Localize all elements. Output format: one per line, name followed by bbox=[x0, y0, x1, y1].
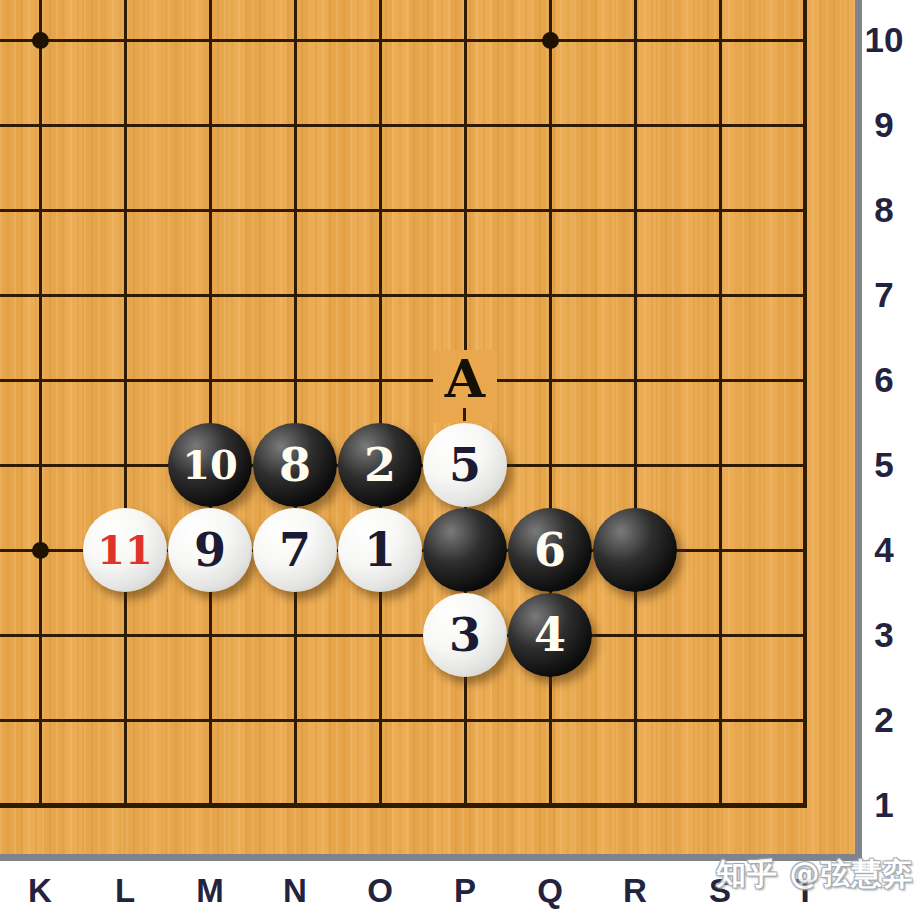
move-number: 7 bbox=[279, 527, 311, 573]
stone-black-R4 bbox=[593, 508, 677, 592]
grid-line-col-T bbox=[803, 0, 807, 807]
col-label-O: O bbox=[355, 871, 405, 911]
col-label-R: R bbox=[610, 871, 660, 911]
grid-line-row-8 bbox=[0, 209, 807, 212]
point-label-text: A bbox=[433, 352, 497, 406]
stone-white-O4: 1 bbox=[338, 508, 422, 592]
stone-white-P3: 3 bbox=[423, 593, 507, 677]
stone-black-O5: 2 bbox=[338, 423, 422, 507]
grid-line-col-M bbox=[209, 0, 212, 807]
move-number: 2 bbox=[364, 442, 396, 488]
grid-line-row-3 bbox=[0, 634, 807, 637]
grid-line-col-L bbox=[124, 0, 127, 807]
col-label-L: L bbox=[100, 871, 150, 911]
grid-line-col-Q bbox=[549, 0, 552, 807]
go-diagram: A1082511971634 KLMNOPQRST 10987654321 知乎… bbox=[0, 0, 916, 912]
grid-line-col-R bbox=[634, 0, 637, 807]
point-label-A: A bbox=[433, 350, 497, 423]
star-point-K4 bbox=[32, 542, 49, 559]
row-label-1: 1 bbox=[856, 785, 912, 825]
grid-line-col-S bbox=[719, 0, 722, 807]
move-number: 6 bbox=[534, 527, 566, 573]
col-label-K: K bbox=[15, 871, 65, 911]
grid-line-row-2 bbox=[0, 719, 807, 722]
label-line-dash bbox=[463, 408, 466, 421]
row-label-9: 9 bbox=[856, 105, 912, 145]
move-number: 4 bbox=[534, 612, 566, 658]
row-label-8: 8 bbox=[856, 190, 912, 230]
zhihu-watermark: 知乎 @弦慧弈 bbox=[716, 854, 913, 895]
stone-white-M4: 9 bbox=[168, 508, 252, 592]
grid-line-col-K bbox=[39, 0, 42, 807]
move-number: 11 bbox=[97, 530, 153, 570]
row-labels: 10987654321 bbox=[862, 0, 916, 912]
move-number: 3 bbox=[449, 612, 481, 658]
move-number: 10 bbox=[182, 445, 238, 485]
row-label-7: 7 bbox=[856, 275, 912, 315]
go-board: A1082511971634 bbox=[0, 0, 862, 861]
stone-black-Q3: 4 bbox=[508, 593, 592, 677]
star-point-Q10 bbox=[542, 32, 559, 49]
grid-line-row-7 bbox=[0, 294, 807, 297]
stone-white-N4: 7 bbox=[253, 508, 337, 592]
grid-line-col-N bbox=[294, 0, 297, 807]
grid-line-row-6 bbox=[0, 379, 807, 382]
row-label-3: 3 bbox=[856, 615, 912, 655]
row-label-6: 6 bbox=[856, 360, 912, 400]
star-point-K10 bbox=[32, 32, 49, 49]
move-number: 9 bbox=[194, 527, 226, 573]
stone-black-P4 bbox=[423, 508, 507, 592]
move-number: 5 bbox=[449, 442, 481, 488]
grid-line-row-9 bbox=[0, 124, 807, 127]
row-label-2: 2 bbox=[856, 700, 912, 740]
col-label-P: P bbox=[440, 871, 490, 911]
stone-black-N5: 8 bbox=[253, 423, 337, 507]
move-number: 1 bbox=[364, 527, 396, 573]
col-label-M: M bbox=[185, 871, 235, 911]
row-label-5: 5 bbox=[856, 445, 912, 485]
stone-white-P5: 5 bbox=[423, 423, 507, 507]
row-label-4: 4 bbox=[856, 530, 912, 570]
stone-white-L4: 11 bbox=[83, 508, 167, 592]
col-label-N: N bbox=[270, 871, 320, 911]
grid-line-col-O bbox=[379, 0, 382, 807]
col-label-Q: Q bbox=[525, 871, 575, 911]
grid-line-row-1 bbox=[0, 803, 807, 808]
stone-black-Q4: 6 bbox=[508, 508, 592, 592]
stone-black-M5: 10 bbox=[168, 423, 252, 507]
grid-line-row-10 bbox=[0, 39, 807, 42]
move-number: 8 bbox=[279, 442, 311, 488]
row-label-10: 10 bbox=[856, 20, 912, 60]
